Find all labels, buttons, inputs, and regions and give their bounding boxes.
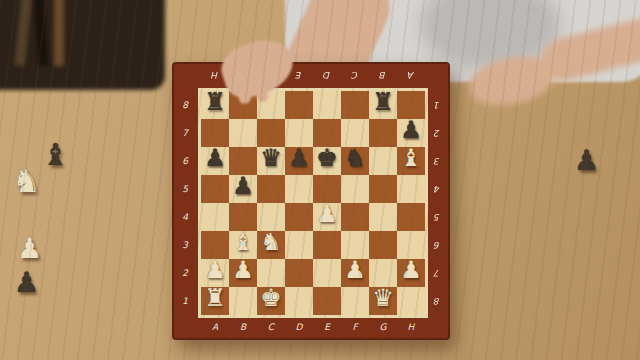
white-rook-a1[interactable]: ♜ — [201, 283, 229, 313]
white-queen-g1[interactable]: ♛ — [369, 283, 397, 313]
square-b2[interactable]: ♟ — [229, 259, 257, 287]
square-e1[interactable] — [313, 287, 341, 315]
black-queen-c6[interactable]: ♛ — [257, 143, 285, 173]
square-d8[interactable] — [285, 91, 313, 119]
square-c1[interactable]: ♚ — [257, 287, 285, 315]
square-h1[interactable] — [397, 287, 425, 315]
board-grid: ♜♜♟♟♛♟♚♞♝♟♟♝♞♟♟♟♟♜♚♛ — [201, 91, 425, 315]
coordinate-label: 5 — [429, 203, 445, 231]
square-e2[interactable] — [313, 259, 341, 287]
coordinate-label: A — [397, 70, 425, 80]
square-c4[interactable] — [257, 203, 285, 231]
coordinate-label: H — [397, 322, 425, 332]
square-b3[interactable]: ♝ — [229, 231, 257, 259]
black-pawn-a6[interactable]: ♟ — [201, 143, 229, 173]
square-d1[interactable] — [285, 287, 313, 315]
square-d4[interactable] — [285, 203, 313, 231]
white-pawn-e4[interactable]: ♟ — [313, 199, 341, 229]
white-pawn-a2[interactable]: ♟ — [201, 255, 229, 285]
square-e8[interactable] — [313, 91, 341, 119]
square-f7[interactable] — [341, 119, 369, 147]
coordinate-label: 7 — [429, 259, 445, 287]
square-e6[interactable]: ♚ — [313, 147, 341, 175]
square-h4[interactable] — [397, 203, 425, 231]
coordinate-label: 3 — [429, 147, 445, 175]
coordinate-label: 2 — [429, 119, 445, 147]
square-a1[interactable]: ♜ — [201, 287, 229, 315]
coordinate-label: 1 — [429, 91, 445, 119]
square-h6[interactable]: ♝ — [397, 147, 425, 175]
square-c6[interactable]: ♛ — [257, 147, 285, 175]
square-f4[interactable] — [341, 203, 369, 231]
square-b6[interactable] — [229, 147, 257, 175]
board-playing-area: ♜♜♟♟♛♟♚♞♝♟♟♝♞♟♟♟♟♜♚♛ — [198, 88, 428, 318]
square-a5[interactable] — [201, 175, 229, 203]
square-d2[interactable] — [285, 259, 313, 287]
coordinate-label: A — [201, 322, 229, 332]
square-d7[interactable] — [285, 119, 313, 147]
square-g4[interactable] — [369, 203, 397, 231]
square-e4[interactable]: ♟ — [313, 203, 341, 231]
white-knight-c3[interactable]: ♞ — [257, 227, 285, 257]
square-a2[interactable]: ♟ — [201, 259, 229, 287]
black-rook-g8[interactable]: ♜ — [369, 87, 397, 117]
square-g3[interactable] — [369, 231, 397, 259]
square-g7[interactable] — [369, 119, 397, 147]
square-b5[interactable]: ♟ — [229, 175, 257, 203]
white-king-c1[interactable]: ♚ — [257, 283, 285, 313]
coordinate-label: C — [257, 322, 285, 332]
square-a4[interactable] — [201, 203, 229, 231]
square-a7[interactable] — [201, 119, 229, 147]
coordinate-label: 5 — [177, 175, 193, 203]
coordinate-label: 3 — [177, 231, 193, 259]
square-d3[interactable] — [285, 231, 313, 259]
book-spine — [34, 0, 49, 66]
white-pawn-h2[interactable]: ♟ — [397, 255, 425, 285]
square-e3[interactable] — [313, 231, 341, 259]
white-bishop-h6[interactable]: ♝ — [397, 143, 425, 173]
square-h2[interactable]: ♟ — [397, 259, 425, 287]
coordinate-label: 6 — [429, 231, 445, 259]
black-rook-a8[interactable]: ♜ — [201, 87, 229, 117]
square-c5[interactable] — [257, 175, 285, 203]
captured-black-bishop[interactable]: ♝ — [42, 140, 69, 170]
black-king-e6[interactable]: ♚ — [313, 143, 341, 173]
square-g6[interactable] — [369, 147, 397, 175]
square-g5[interactable] — [369, 175, 397, 203]
coordinate-label: F — [341, 322, 369, 332]
square-c3[interactable]: ♞ — [257, 231, 285, 259]
coordinate-label: B — [369, 70, 397, 80]
chess-board: ABCDEFGH ABCDEFGH 87654321 87654321 ♜♜♟♟… — [172, 62, 450, 340]
coordinate-label: 6 — [177, 147, 193, 175]
video-frame: ABCDEFGH ABCDEFGH 87654321 87654321 ♜♜♟♟… — [0, 0, 640, 360]
coordinate-label: C — [341, 70, 369, 80]
square-b7[interactable] — [229, 119, 257, 147]
coordinate-label: D — [313, 70, 341, 80]
square-e5[interactable] — [313, 175, 341, 203]
coordinate-label: 8 — [177, 91, 193, 119]
coordinate-label: 2 — [177, 259, 193, 287]
square-g1[interactable]: ♛ — [369, 287, 397, 315]
coordinate-label: 4 — [177, 203, 193, 231]
black-pawn-d6[interactable]: ♟ — [285, 143, 313, 173]
white-pawn-f2[interactable]: ♟ — [341, 255, 369, 285]
black-knight-f6[interactable]: ♞ — [341, 143, 369, 173]
square-a6[interactable]: ♟ — [201, 147, 229, 175]
square-b1[interactable] — [229, 287, 257, 315]
coordinate-label: 7 — [177, 119, 193, 147]
coordinate-label: D — [285, 322, 313, 332]
square-f6[interactable]: ♞ — [341, 147, 369, 175]
black-pawn-h7[interactable]: ♟ — [397, 115, 425, 145]
rank-labels-right: 87654321 — [429, 91, 445, 315]
captured-black-pawn[interactable]: ♟ — [14, 268, 39, 298]
square-h7[interactable]: ♟ — [397, 119, 425, 147]
square-h8[interactable] — [397, 91, 425, 119]
captured-black-pawn-2[interactable]: ♟ — [574, 146, 599, 176]
square-c7[interactable] — [257, 119, 285, 147]
captured-white-pawn[interactable]: ♟ — [17, 234, 42, 264]
square-a3[interactable] — [201, 231, 229, 259]
coordinate-label: E — [313, 322, 341, 332]
white-bishop-b3[interactable]: ♝ — [229, 227, 257, 257]
square-f8[interactable] — [341, 91, 369, 119]
book-spine — [14, 0, 31, 66]
square-h5[interactable] — [397, 175, 425, 203]
square-g8[interactable]: ♜ — [369, 91, 397, 119]
black-pawn-b5[interactable]: ♟ — [229, 171, 257, 201]
square-f1[interactable] — [341, 287, 369, 315]
square-a8[interactable]: ♜ — [201, 91, 229, 119]
rank-labels-left: 87654321 — [177, 91, 193, 315]
coordinate-label: 4 — [429, 175, 445, 203]
square-f2[interactable]: ♟ — [341, 259, 369, 287]
square-h3[interactable] — [397, 231, 425, 259]
book-spine — [54, 0, 64, 66]
square-f3[interactable] — [341, 231, 369, 259]
file-labels-bottom: ABCDEFGH — [201, 319, 425, 335]
square-e7[interactable] — [313, 119, 341, 147]
square-b4[interactable] — [229, 203, 257, 231]
square-d5[interactable] — [285, 175, 313, 203]
coordinate-label: 1 — [177, 287, 193, 315]
white-pawn-b2[interactable]: ♟ — [229, 255, 257, 285]
square-c2[interactable] — [257, 259, 285, 287]
square-g2[interactable] — [369, 259, 397, 287]
coordinate-label: B — [229, 322, 257, 332]
background-bookshelf — [0, 0, 165, 90]
coordinate-label: G — [369, 322, 397, 332]
captured-white-knight[interactable]: ♞ — [12, 166, 41, 196]
square-f5[interactable] — [341, 175, 369, 203]
square-d6[interactable]: ♟ — [285, 147, 313, 175]
coordinate-label: 8 — [429, 287, 445, 315]
